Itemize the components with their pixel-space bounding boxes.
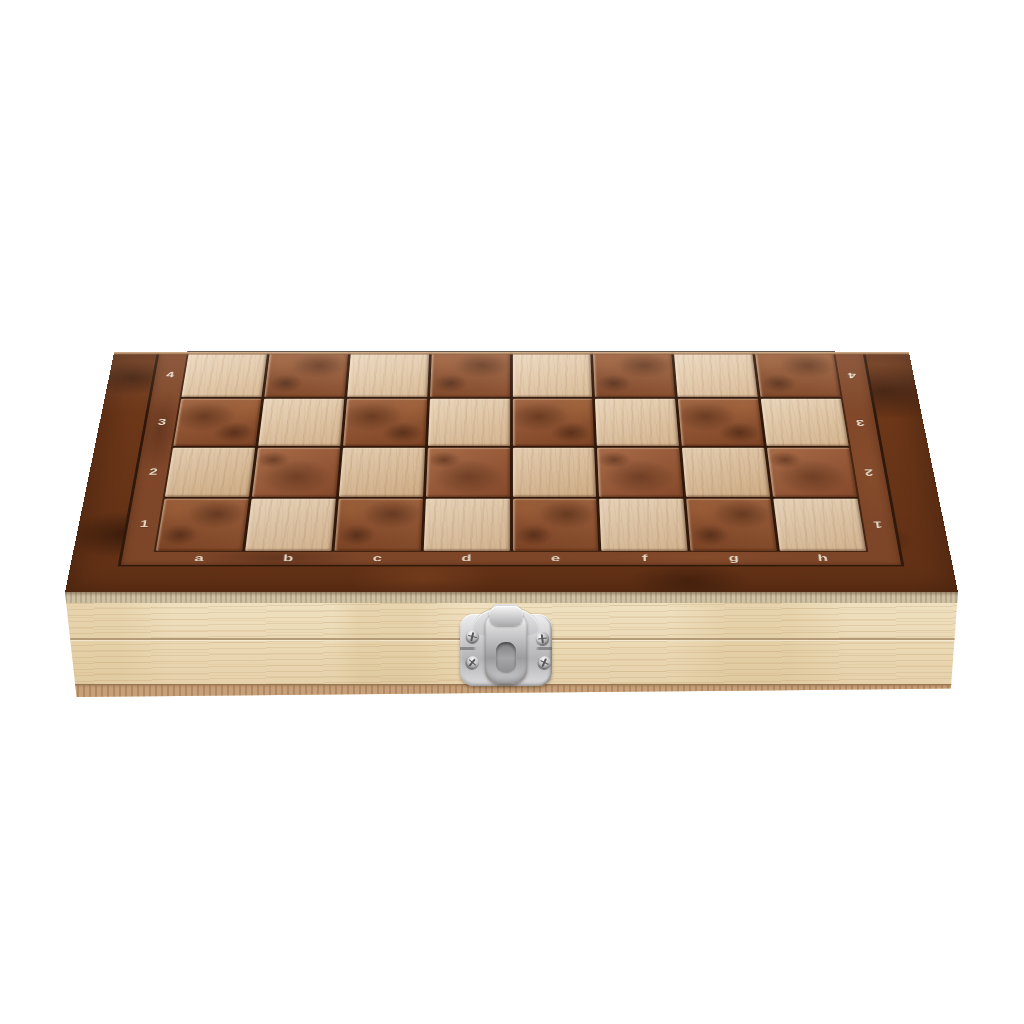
rank-label-2: 2: [148, 468, 158, 476]
square-a1: [156, 499, 249, 551]
square-c2: [339, 447, 425, 497]
latch-hook-pivot: [489, 606, 523, 626]
square-f1: [599, 499, 687, 551]
rank-label-1: 1: [873, 520, 883, 529]
square-b4: [264, 352, 348, 397]
square-b2: [252, 447, 340, 497]
rank-label-1: 1: [139, 520, 149, 529]
product-photo-scene: 4321 4321 abcdefgh: [0, 0, 1024, 1024]
file-label-f: f: [642, 553, 648, 563]
rank-label-2: 2: [864, 468, 874, 476]
square-g4: [674, 352, 758, 397]
file-label-e: e: [551, 553, 561, 563]
board-top: 4321 4321 abcdefgh: [65, 352, 958, 592]
square-f3: [595, 399, 679, 446]
square-e3: [512, 399, 594, 446]
square-d3: [428, 399, 510, 446]
rank-label-4: 4: [166, 371, 175, 379]
chess-box-lid: 4321 4321 abcdefgh: [65, 133, 958, 592]
square-a3: [173, 399, 261, 446]
square-h3: [761, 399, 849, 446]
square-a2: [165, 447, 255, 497]
square-e4: [512, 352, 592, 397]
square-b1: [245, 499, 336, 551]
squares-grid: [156, 352, 866, 551]
square-e1: [512, 499, 598, 551]
square-c4: [347, 352, 429, 397]
file-label-h: h: [817, 553, 829, 563]
square-h1: [773, 499, 866, 551]
square-d2: [426, 447, 510, 497]
square-g1: [686, 499, 777, 551]
file-label-c: c: [372, 553, 382, 563]
latch-hook-slot: [496, 642, 516, 674]
fold-hinge-edge: [114, 352, 910, 355]
file-label-b: b: [283, 553, 294, 563]
file-label-d: d: [461, 553, 471, 563]
square-a4: [181, 352, 267, 397]
file-labels-bottom: abcdefgh: [154, 551, 869, 565]
square-b3: [258, 399, 344, 446]
square-f4: [593, 352, 675, 397]
file-label-a: a: [194, 553, 205, 563]
square-g2: [682, 447, 770, 497]
lid-plywood-edge: [65, 592, 958, 603]
latch-clasp: [456, 604, 556, 690]
rank-label-3: 3: [157, 418, 167, 426]
square-h4: [755, 352, 841, 397]
square-e2: [512, 447, 596, 497]
square-d1: [423, 499, 509, 551]
file-label-g: g: [728, 553, 739, 563]
square-h2: [767, 447, 857, 497]
square-g3: [678, 399, 764, 446]
square-d4: [430, 352, 510, 397]
square-c1: [334, 499, 422, 551]
square-f2: [597, 447, 683, 497]
square-c3: [343, 399, 427, 446]
rank-label-4: 4: [847, 371, 856, 379]
rank-label-3: 3: [855, 418, 865, 426]
